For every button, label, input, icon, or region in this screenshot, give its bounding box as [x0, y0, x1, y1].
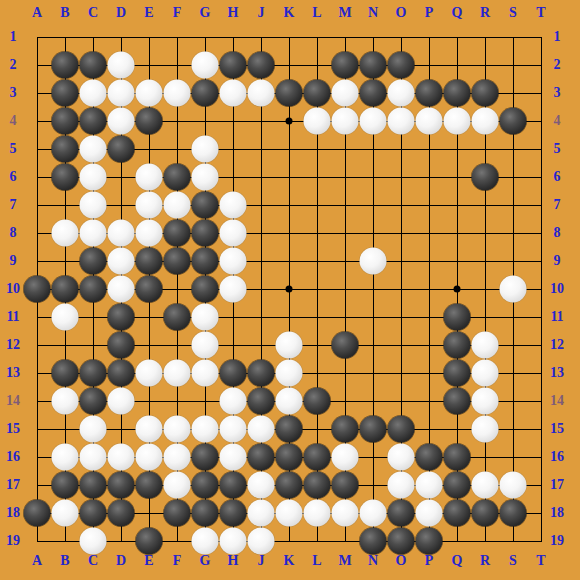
black-stone [136, 108, 163, 135]
row-label-right: 17 [550, 478, 564, 492]
row-label-right: 8 [554, 226, 561, 240]
row-label-left: 18 [6, 506, 20, 520]
white-stone [80, 444, 107, 471]
black-stone [360, 528, 387, 555]
white-stone [192, 136, 219, 163]
black-stone [24, 500, 51, 527]
black-stone [444, 80, 471, 107]
black-stone [192, 80, 219, 107]
white-stone [52, 388, 79, 415]
row-label-right: 14 [550, 394, 564, 408]
column-label-bottom: M [338, 554, 351, 568]
black-stone [52, 360, 79, 387]
column-label-bottom: K [284, 554, 295, 568]
black-stone [80, 108, 107, 135]
star-point [286, 286, 293, 293]
white-stone [164, 192, 191, 219]
black-stone [52, 276, 79, 303]
black-stone [52, 52, 79, 79]
column-label-bottom: S [509, 554, 517, 568]
white-stone [136, 80, 163, 107]
column-label-top: H [228, 6, 239, 20]
white-stone [164, 416, 191, 443]
row-label-left: 7 [10, 198, 17, 212]
white-stone [108, 388, 135, 415]
column-label-top: N [368, 6, 378, 20]
column-label-bottom: G [200, 554, 211, 568]
column-label-bottom: J [258, 554, 265, 568]
column-label-top: A [32, 6, 42, 20]
white-stone [220, 248, 247, 275]
black-stone [192, 248, 219, 275]
star-point [454, 286, 461, 293]
row-label-right: 5 [554, 142, 561, 156]
white-stone [192, 416, 219, 443]
column-label-top: T [536, 6, 545, 20]
white-stone [444, 108, 471, 135]
column-label-top: E [144, 6, 153, 20]
black-stone [360, 80, 387, 107]
column-label-top: D [116, 6, 126, 20]
black-stone [248, 52, 275, 79]
black-stone [136, 276, 163, 303]
white-stone [108, 52, 135, 79]
white-stone [500, 472, 527, 499]
white-stone [80, 80, 107, 107]
white-stone [220, 388, 247, 415]
white-stone [80, 220, 107, 247]
white-stone [220, 416, 247, 443]
column-label-top: J [258, 6, 265, 20]
white-stone [388, 472, 415, 499]
black-stone [192, 220, 219, 247]
column-label-top: M [338, 6, 351, 20]
white-stone [332, 500, 359, 527]
white-stone [164, 444, 191, 471]
black-stone [248, 360, 275, 387]
white-stone [80, 416, 107, 443]
black-stone [276, 444, 303, 471]
black-stone [108, 332, 135, 359]
column-label-top: B [60, 6, 69, 20]
black-stone [108, 304, 135, 331]
row-label-left: 11 [6, 310, 19, 324]
row-label-right: 19 [550, 534, 564, 548]
black-stone [220, 360, 247, 387]
white-stone [108, 80, 135, 107]
black-stone [304, 444, 331, 471]
star-point [286, 118, 293, 125]
black-stone [388, 528, 415, 555]
black-stone [192, 472, 219, 499]
column-label-top: Q [452, 6, 463, 20]
black-stone [80, 52, 107, 79]
white-stone [52, 304, 79, 331]
column-label-bottom: T [536, 554, 545, 568]
row-label-right: 7 [554, 198, 561, 212]
black-stone [164, 248, 191, 275]
white-stone [276, 500, 303, 527]
white-stone [472, 472, 499, 499]
black-stone [192, 192, 219, 219]
black-stone [388, 416, 415, 443]
black-stone [248, 444, 275, 471]
white-stone [220, 276, 247, 303]
black-stone [416, 528, 443, 555]
black-stone [444, 332, 471, 359]
black-stone [360, 52, 387, 79]
row-label-left: 13 [6, 366, 20, 380]
row-label-right: 4 [554, 114, 561, 128]
black-stone [80, 388, 107, 415]
column-label-top: P [425, 6, 434, 20]
row-label-right: 2 [554, 58, 561, 72]
black-stone [332, 52, 359, 79]
black-stone [220, 52, 247, 79]
black-stone [388, 52, 415, 79]
black-stone [416, 80, 443, 107]
black-stone [444, 444, 471, 471]
black-stone [472, 80, 499, 107]
white-stone [332, 444, 359, 471]
row-label-left: 12 [6, 338, 20, 352]
black-stone [80, 248, 107, 275]
black-stone [472, 500, 499, 527]
column-label-top: O [396, 6, 407, 20]
white-stone [164, 360, 191, 387]
white-stone [416, 108, 443, 135]
row-label-right: 18 [550, 506, 564, 520]
black-stone [220, 500, 247, 527]
white-stone [108, 444, 135, 471]
white-stone [248, 500, 275, 527]
white-stone [192, 164, 219, 191]
row-label-left: 16 [6, 450, 20, 464]
black-stone [136, 248, 163, 275]
white-stone [388, 444, 415, 471]
white-stone [136, 444, 163, 471]
row-label-right: 6 [554, 170, 561, 184]
row-label-left: 6 [10, 170, 17, 184]
row-label-right: 1 [554, 30, 561, 44]
row-label-right: 10 [550, 282, 564, 296]
white-stone [472, 108, 499, 135]
column-label-top: K [284, 6, 295, 20]
white-stone [360, 108, 387, 135]
white-stone [52, 500, 79, 527]
column-label-bottom: E [144, 554, 153, 568]
white-stone [192, 332, 219, 359]
white-stone [304, 108, 331, 135]
white-stone [80, 164, 107, 191]
row-label-left: 15 [6, 422, 20, 436]
row-label-left: 1 [10, 30, 17, 44]
black-stone [192, 444, 219, 471]
column-label-bottom: C [88, 554, 98, 568]
white-stone [52, 444, 79, 471]
black-stone [108, 472, 135, 499]
row-label-left: 10 [6, 282, 20, 296]
black-stone [136, 472, 163, 499]
column-label-bottom: F [173, 554, 182, 568]
black-stone [304, 388, 331, 415]
black-stone [276, 416, 303, 443]
white-stone [192, 52, 219, 79]
grid-line-vertical [541, 37, 542, 542]
column-label-top: F [173, 6, 182, 20]
column-label-bottom: H [228, 554, 239, 568]
white-stone [248, 528, 275, 555]
row-label-left: 17 [6, 478, 20, 492]
row-label-right: 9 [554, 254, 561, 268]
column-label-top: G [200, 6, 211, 20]
column-label-bottom: R [480, 554, 490, 568]
column-label-top: L [312, 6, 321, 20]
column-label-top: R [480, 6, 490, 20]
column-label-bottom: O [396, 554, 407, 568]
white-stone [360, 248, 387, 275]
white-stone [108, 276, 135, 303]
white-stone [80, 136, 107, 163]
column-label-top: C [88, 6, 98, 20]
black-stone [276, 80, 303, 107]
white-stone [108, 108, 135, 135]
white-stone [388, 80, 415, 107]
black-stone [164, 164, 191, 191]
black-stone [304, 80, 331, 107]
white-stone [248, 472, 275, 499]
black-stone [444, 472, 471, 499]
white-stone [276, 360, 303, 387]
black-stone [52, 164, 79, 191]
black-stone [444, 500, 471, 527]
white-stone [276, 388, 303, 415]
row-label-left: 3 [10, 86, 17, 100]
white-stone [136, 192, 163, 219]
white-stone [416, 500, 443, 527]
white-stone [472, 416, 499, 443]
white-stone [220, 192, 247, 219]
column-label-bottom: N [368, 554, 378, 568]
goban[interactable]: AABBCCDDEEFFGGHHJJKKLLMMNNOOPPQQRRSSTT11… [0, 0, 580, 580]
white-stone [108, 248, 135, 275]
white-stone [164, 80, 191, 107]
row-label-right: 13 [550, 366, 564, 380]
row-label-left: 14 [6, 394, 20, 408]
black-stone [52, 108, 79, 135]
row-label-left: 19 [6, 534, 20, 548]
column-label-bottom: L [312, 554, 321, 568]
black-stone [52, 80, 79, 107]
black-stone [192, 276, 219, 303]
black-stone [332, 332, 359, 359]
white-stone [136, 416, 163, 443]
column-label-top: S [509, 6, 517, 20]
black-stone [164, 220, 191, 247]
black-stone [388, 500, 415, 527]
white-stone [220, 444, 247, 471]
black-stone [444, 360, 471, 387]
white-stone [276, 332, 303, 359]
black-stone [80, 472, 107, 499]
column-label-bottom: A [32, 554, 42, 568]
white-stone [192, 360, 219, 387]
grid-line-horizontal [37, 541, 542, 542]
black-stone [248, 388, 275, 415]
white-stone [164, 472, 191, 499]
white-stone [52, 220, 79, 247]
white-stone [472, 388, 499, 415]
row-label-right: 16 [550, 450, 564, 464]
black-stone [416, 444, 443, 471]
white-stone [220, 220, 247, 247]
black-stone [80, 276, 107, 303]
row-label-right: 12 [550, 338, 564, 352]
row-label-right: 11 [550, 310, 563, 324]
black-stone [52, 136, 79, 163]
black-stone [108, 360, 135, 387]
white-stone [136, 164, 163, 191]
white-stone [136, 220, 163, 247]
black-stone [332, 416, 359, 443]
black-stone [444, 304, 471, 331]
column-label-bottom: P [425, 554, 434, 568]
white-stone [248, 80, 275, 107]
white-stone [360, 500, 387, 527]
black-stone [108, 500, 135, 527]
black-stone [80, 500, 107, 527]
row-label-left: 5 [10, 142, 17, 156]
black-stone [276, 472, 303, 499]
white-stone [108, 220, 135, 247]
black-stone [444, 388, 471, 415]
black-stone [24, 276, 51, 303]
black-stone [220, 472, 247, 499]
white-stone [220, 80, 247, 107]
white-stone [248, 416, 275, 443]
white-stone [332, 80, 359, 107]
column-label-bottom: D [116, 554, 126, 568]
black-stone [500, 500, 527, 527]
white-stone [220, 528, 247, 555]
black-stone [164, 304, 191, 331]
white-stone [80, 192, 107, 219]
black-stone [500, 108, 527, 135]
black-stone [164, 500, 191, 527]
black-stone [136, 528, 163, 555]
row-label-left: 2 [10, 58, 17, 72]
white-stone [472, 332, 499, 359]
white-stone [136, 360, 163, 387]
row-label-left: 9 [10, 254, 17, 268]
row-label-left: 4 [10, 114, 17, 128]
white-stone [472, 360, 499, 387]
white-stone [416, 472, 443, 499]
white-stone [332, 108, 359, 135]
row-label-right: 3 [554, 86, 561, 100]
black-stone [304, 472, 331, 499]
column-label-bottom: B [60, 554, 69, 568]
black-stone [332, 472, 359, 499]
white-stone [192, 304, 219, 331]
black-stone [52, 472, 79, 499]
white-stone [192, 528, 219, 555]
black-stone [360, 416, 387, 443]
row-label-left: 8 [10, 226, 17, 240]
white-stone [388, 108, 415, 135]
white-stone [80, 528, 107, 555]
column-label-bottom: Q [452, 554, 463, 568]
white-stone [304, 500, 331, 527]
black-stone [108, 136, 135, 163]
black-stone [192, 500, 219, 527]
row-label-right: 15 [550, 422, 564, 436]
white-stone [500, 276, 527, 303]
black-stone [472, 164, 499, 191]
black-stone [80, 360, 107, 387]
